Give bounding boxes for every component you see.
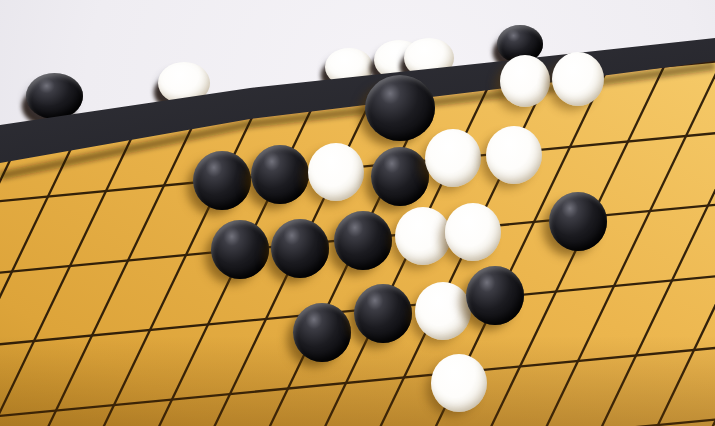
photo-scene: ●○○○○● ●○○●●○●○○●●●○○●●●○●○ xyxy=(0,0,715,426)
white-stone[interactable]: ○ xyxy=(445,203,501,261)
black-stone[interactable]: ● xyxy=(371,147,429,206)
white-stone[interactable]: ○ xyxy=(500,55,550,107)
black-stone[interactable]: ● xyxy=(193,151,251,210)
black-stone[interactable]: ● xyxy=(293,303,351,362)
stone-glyph: ● xyxy=(472,269,518,322)
stone-glyph: ● xyxy=(555,195,601,248)
stone-glyph: ○ xyxy=(491,129,536,181)
stone-glyph: ● xyxy=(217,223,263,276)
stone-glyph: ● xyxy=(257,148,303,201)
stone-glyph: ● xyxy=(360,287,406,340)
black-stone[interactable]: ● xyxy=(334,211,392,270)
stone-glyph: ● xyxy=(36,75,73,117)
stone-glyph: ● xyxy=(340,214,386,267)
stone-glyph: ○ xyxy=(420,285,465,337)
white-stone[interactable]: ○ xyxy=(431,354,487,412)
black-stone[interactable]: ● xyxy=(365,75,435,141)
stone-glyph: ○ xyxy=(557,55,599,103)
white-stone[interactable]: ○ xyxy=(486,126,542,184)
stone-glyph: ○ xyxy=(400,210,445,262)
stone-glyph: ○ xyxy=(436,357,481,409)
stone-glyph: ○ xyxy=(313,146,358,198)
stone-glyph: ● xyxy=(377,150,423,203)
black-stone[interactable]: ● xyxy=(466,266,524,325)
black-stone[interactable]: ● xyxy=(354,284,412,343)
stone-glyph: ● xyxy=(277,222,323,275)
bottom-vignette xyxy=(0,336,715,426)
stone-glyph: ● xyxy=(199,154,245,207)
black-stone[interactable]: ● xyxy=(211,220,269,279)
white-stone[interactable]: ○ xyxy=(308,143,364,201)
white-stone[interactable]: ○ xyxy=(415,282,471,340)
black-stone: ● xyxy=(26,73,83,119)
stone-glyph: ● xyxy=(374,78,426,138)
stone-glyph: ○ xyxy=(430,132,475,184)
white-stone[interactable]: ○ xyxy=(395,207,451,265)
black-stone[interactable]: ● xyxy=(271,219,329,278)
stone-glyph: ○ xyxy=(505,58,545,104)
white-stone[interactable]: ○ xyxy=(425,129,481,187)
white-stone[interactable]: ○ xyxy=(552,52,604,106)
black-stone[interactable]: ● xyxy=(251,145,309,204)
stone-glyph: ○ xyxy=(450,206,495,258)
stone-glyph: ● xyxy=(299,306,345,359)
loose-black-stone[interactable]: ● xyxy=(26,73,83,119)
black-stone[interactable]: ● xyxy=(549,192,607,251)
